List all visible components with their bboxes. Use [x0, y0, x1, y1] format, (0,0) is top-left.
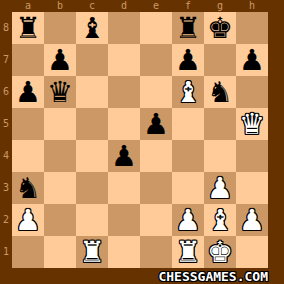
square-d6[interactable]: [108, 76, 140, 108]
piece-black-pawn: ♟: [111, 140, 137, 172]
square-e4[interactable]: [140, 140, 172, 172]
piece-black-knight: ♞: [15, 172, 41, 204]
square-h4[interactable]: [236, 140, 268, 172]
piece-black-pawn: ♟: [15, 76, 41, 108]
square-h7[interactable]: ♟: [236, 44, 268, 76]
piece-black-pawn: ♟: [143, 108, 169, 140]
square-d5[interactable]: [108, 108, 140, 140]
square-d7[interactable]: [108, 44, 140, 76]
square-c5[interactable]: [76, 108, 108, 140]
piece-white-pawn: ♟: [239, 204, 265, 236]
rank-labels: 87654321: [0, 12, 12, 268]
piece-white-rook: ♜: [79, 236, 105, 268]
square-a6[interactable]: ♟: [12, 76, 44, 108]
square-h8[interactable]: [236, 12, 268, 44]
square-d8[interactable]: [108, 12, 140, 44]
square-d2[interactable]: [108, 204, 140, 236]
square-f2[interactable]: ♟: [172, 204, 204, 236]
square-a8[interactable]: ♜: [12, 12, 44, 44]
square-e6[interactable]: [140, 76, 172, 108]
square-b5[interactable]: [44, 108, 76, 140]
square-g5[interactable]: [204, 108, 236, 140]
square-e8[interactable]: [140, 12, 172, 44]
piece-white-king: ♚: [207, 236, 233, 268]
piece-black-pawn: ♟: [239, 44, 265, 76]
piece-white-pawn: ♟: [175, 204, 201, 236]
square-c4[interactable]: [76, 140, 108, 172]
square-f7[interactable]: ♟: [172, 44, 204, 76]
square-g8[interactable]: ♚: [204, 12, 236, 44]
square-b6[interactable]: ♛: [44, 76, 76, 108]
square-f3[interactable]: [172, 172, 204, 204]
square-e7[interactable]: [140, 44, 172, 76]
rank-label-3: 3: [0, 172, 12, 204]
square-d4[interactable]: ♟: [108, 140, 140, 172]
square-b1[interactable]: [44, 236, 76, 268]
file-label-h: h: [236, 0, 268, 12]
piece-black-pawn: ♟: [175, 44, 201, 76]
square-f8[interactable]: ♜: [172, 12, 204, 44]
square-a4[interactable]: [12, 140, 44, 172]
piece-white-bishop: ♝: [207, 204, 233, 236]
piece-black-rook: ♜: [175, 12, 201, 44]
square-b3[interactable]: [44, 172, 76, 204]
square-f6[interactable]: ♝: [172, 76, 204, 108]
square-a2[interactable]: ♟: [12, 204, 44, 236]
square-h5[interactable]: ♛: [236, 108, 268, 140]
piece-white-pawn: ♟: [15, 204, 41, 236]
square-f4[interactable]: [172, 140, 204, 172]
square-g2[interactable]: ♝: [204, 204, 236, 236]
piece-black-queen: ♛: [47, 76, 73, 108]
piece-black-king: ♚: [207, 12, 233, 44]
piece-black-rook: ♜: [15, 12, 41, 44]
square-c2[interactable]: [76, 204, 108, 236]
rank-label-8: 8: [0, 12, 12, 44]
square-c7[interactable]: [76, 44, 108, 76]
chess-board: ♜♝♜♚♟♟♟♟♛♝♞♟♛♟♞♟♟♟♝♟♜♜♚: [12, 12, 268, 268]
rank-label-6: 6: [0, 76, 12, 108]
square-a7[interactable]: [12, 44, 44, 76]
rank-label-5: 5: [0, 108, 12, 140]
square-c3[interactable]: [76, 172, 108, 204]
square-e1[interactable]: [140, 236, 172, 268]
square-b8[interactable]: [44, 12, 76, 44]
square-g7[interactable]: [204, 44, 236, 76]
square-f5[interactable]: [172, 108, 204, 140]
piece-black-knight: ♞: [207, 76, 233, 108]
square-a5[interactable]: [12, 108, 44, 140]
square-c1[interactable]: ♜: [76, 236, 108, 268]
square-d3[interactable]: [108, 172, 140, 204]
file-label-b: b: [44, 0, 76, 12]
rank-label-7: 7: [0, 44, 12, 76]
square-a1[interactable]: [12, 236, 44, 268]
piece-black-pawn: ♟: [47, 44, 73, 76]
square-e2[interactable]: [140, 204, 172, 236]
square-b2[interactable]: [44, 204, 76, 236]
square-g4[interactable]: [204, 140, 236, 172]
square-c6[interactable]: [76, 76, 108, 108]
square-c8[interactable]: ♝: [76, 12, 108, 44]
square-d1[interactable]: [108, 236, 140, 268]
piece-white-queen: ♛: [239, 108, 265, 140]
rank-label-2: 2: [0, 204, 12, 236]
rank-label-1: 1: [0, 236, 12, 268]
piece-black-bishop: ♝: [79, 12, 105, 44]
square-f1[interactable]: ♜: [172, 236, 204, 268]
file-label-e: e: [140, 0, 172, 12]
square-g6[interactable]: ♞: [204, 76, 236, 108]
square-g3[interactable]: ♟: [204, 172, 236, 204]
rank-label-4: 4: [0, 140, 12, 172]
file-label-d: d: [108, 0, 140, 12]
square-b7[interactable]: ♟: [44, 44, 76, 76]
square-e3[interactable]: [140, 172, 172, 204]
square-g1[interactable]: ♚: [204, 236, 236, 268]
square-h2[interactable]: ♟: [236, 204, 268, 236]
square-a3[interactable]: ♞: [12, 172, 44, 204]
square-h1[interactable]: [236, 236, 268, 268]
piece-white-rook: ♜: [175, 236, 201, 268]
chessgames-watermark: CHESSGAMES.COM: [158, 269, 268, 284]
piece-white-pawn: ♟: [207, 172, 233, 204]
chessgames-board-diagram: abcdefgh 87654321 ♜♝♜♚♟♟♟♟♛♝♞♟♛♟♞♟♟♟♝♟♜♜…: [0, 0, 284, 284]
square-h6[interactable]: [236, 76, 268, 108]
square-h3[interactable]: [236, 172, 268, 204]
piece-white-bishop: ♝: [175, 76, 201, 108]
square-e5[interactable]: ♟: [140, 108, 172, 140]
square-b4[interactable]: [44, 140, 76, 172]
